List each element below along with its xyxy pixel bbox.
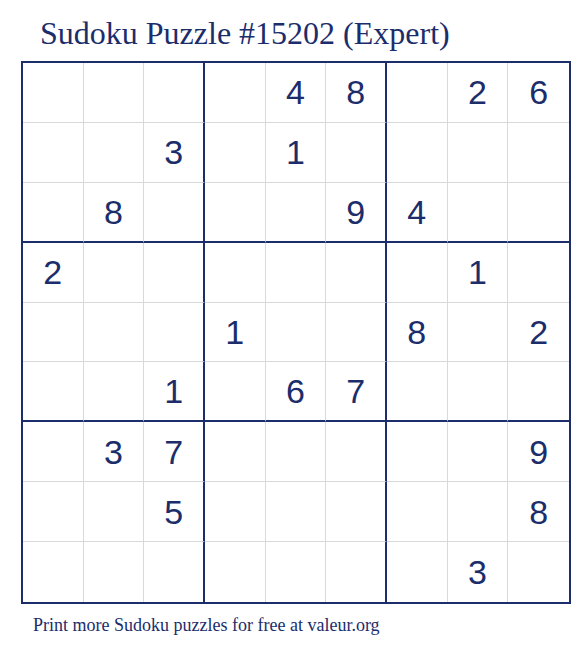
sudoku-cell-r8c5[interactable]: [266, 482, 327, 542]
sudoku-cell-r6c6[interactable]: 7: [326, 362, 387, 422]
sudoku-cell-r8c7[interactable]: [387, 482, 448, 542]
sudoku-cell-r4c8[interactable]: 1: [448, 243, 509, 303]
sudoku-cell-r2c3[interactable]: 3: [144, 123, 205, 183]
sudoku-cell-r4c2[interactable]: [84, 243, 145, 303]
sudoku-cell-r9c9[interactable]: [508, 542, 569, 602]
sudoku-cell-r4c6[interactable]: [326, 243, 387, 303]
sudoku-cell-r5c8[interactable]: [448, 303, 509, 363]
sudoku-cell-r8c2[interactable]: [84, 482, 145, 542]
sudoku-cell-r7c1[interactable]: [23, 422, 84, 482]
sudoku-cell-r5c1[interactable]: [23, 303, 84, 363]
sudoku-cell-r4c9[interactable]: [508, 243, 569, 303]
sudoku-cell-r1c6[interactable]: 8: [326, 63, 387, 123]
sudoku-cell-r8c4[interactable]: [205, 482, 266, 542]
sudoku-cell-r2c4[interactable]: [205, 123, 266, 183]
sudoku-cell-r6c2[interactable]: [84, 362, 145, 422]
sudoku-cell-r3c8[interactable]: [448, 183, 509, 243]
sudoku-cell-r8c6[interactable]: [326, 482, 387, 542]
sudoku-cell-r3c9[interactable]: [508, 183, 569, 243]
sudoku-cell-r4c1[interactable]: 2: [23, 243, 84, 303]
sudoku-cell-r9c7[interactable]: [387, 542, 448, 602]
sudoku-cell-r2c9[interactable]: [508, 123, 569, 183]
sudoku-cell-r3c4[interactable]: [205, 183, 266, 243]
sudoku-cell-r7c8[interactable]: [448, 422, 509, 482]
sudoku-cell-r7c9[interactable]: 9: [508, 422, 569, 482]
sudoku-cell-r9c4[interactable]: [205, 542, 266, 602]
sudoku-cell-r1c3[interactable]: [144, 63, 205, 123]
sudoku-cell-r5c7[interactable]: 8: [387, 303, 448, 363]
sudoku-cell-r9c6[interactable]: [326, 542, 387, 602]
sudoku-cell-r5c9[interactable]: 2: [508, 303, 569, 363]
footer-text: Print more Sudoku puzzles for free at va…: [33, 615, 380, 636]
sudoku-cell-r8c1[interactable]: [23, 482, 84, 542]
sudoku-cell-r2c6[interactable]: [326, 123, 387, 183]
sudoku-cell-r8c3[interactable]: 5: [144, 482, 205, 542]
sudoku-cell-r3c3[interactable]: [144, 183, 205, 243]
sudoku-cell-r2c8[interactable]: [448, 123, 509, 183]
sudoku-cell-r5c5[interactable]: [266, 303, 327, 363]
sudoku-cell-r5c2[interactable]: [84, 303, 145, 363]
sudoku-cell-r7c5[interactable]: [266, 422, 327, 482]
sudoku-cell-r4c4[interactable]: [205, 243, 266, 303]
sudoku-cell-r4c3[interactable]: [144, 243, 205, 303]
sudoku-cell-r2c7[interactable]: [387, 123, 448, 183]
sudoku-cell-r9c8[interactable]: 3: [448, 542, 509, 602]
sudoku-cell-r1c9[interactable]: 6: [508, 63, 569, 123]
sudoku-cell-r9c3[interactable]: [144, 542, 205, 602]
sudoku-cell-r4c7[interactable]: [387, 243, 448, 303]
sudoku-cell-r6c1[interactable]: [23, 362, 84, 422]
sudoku-cell-r6c8[interactable]: [448, 362, 509, 422]
sudoku-cell-r3c5[interactable]: [266, 183, 327, 243]
sudoku-cell-r1c1[interactable]: [23, 63, 84, 123]
sudoku-cell-r1c8[interactable]: 2: [448, 63, 509, 123]
sudoku-cell-r1c4[interactable]: [205, 63, 266, 123]
sudoku-cell-r3c1[interactable]: [23, 183, 84, 243]
sudoku-cell-r2c2[interactable]: [84, 123, 145, 183]
page-title: Sudoku Puzzle #15202 (Expert): [40, 15, 450, 52]
sudoku-cell-r7c7[interactable]: [387, 422, 448, 482]
sudoku-cell-r7c4[interactable]: [205, 422, 266, 482]
sudoku-cell-r6c3[interactable]: 1: [144, 362, 205, 422]
sudoku-cell-r9c5[interactable]: [266, 542, 327, 602]
sudoku-cell-r9c1[interactable]: [23, 542, 84, 602]
sudoku-cell-r7c2[interactable]: 3: [84, 422, 145, 482]
sudoku-cell-r3c6[interactable]: 9: [326, 183, 387, 243]
sudoku-cell-r7c3[interactable]: 7: [144, 422, 205, 482]
sudoku-board: 48263189421182167379583: [21, 61, 571, 604]
sudoku-cell-r6c9[interactable]: [508, 362, 569, 422]
sudoku-cell-r5c4[interactable]: 1: [205, 303, 266, 363]
sudoku-cell-r1c5[interactable]: 4: [266, 63, 327, 123]
sudoku-cell-r2c1[interactable]: [23, 123, 84, 183]
sudoku-cell-r5c6[interactable]: [326, 303, 387, 363]
sudoku-cell-r2c5[interactable]: 1: [266, 123, 327, 183]
sudoku-cell-r1c7[interactable]: [387, 63, 448, 123]
sudoku-cell-r6c5[interactable]: 6: [266, 362, 327, 422]
sudoku-cell-r8c8[interactable]: [448, 482, 509, 542]
sudoku-cell-r9c2[interactable]: [84, 542, 145, 602]
sudoku-cell-r4c5[interactable]: [266, 243, 327, 303]
sudoku-cell-r6c7[interactable]: [387, 362, 448, 422]
sudoku-cell-r7c6[interactable]: [326, 422, 387, 482]
sudoku-cell-r3c7[interactable]: 4: [387, 183, 448, 243]
sudoku-cell-r6c4[interactable]: [205, 362, 266, 422]
sudoku-cell-r5c3[interactable]: [144, 303, 205, 363]
sudoku-page: Sudoku Puzzle #15202 (Expert) 4826318942…: [0, 0, 580, 651]
sudoku-cell-r3c2[interactable]: 8: [84, 183, 145, 243]
sudoku-cell-r1c2[interactable]: [84, 63, 145, 123]
sudoku-cell-r8c9[interactable]: 8: [508, 482, 569, 542]
